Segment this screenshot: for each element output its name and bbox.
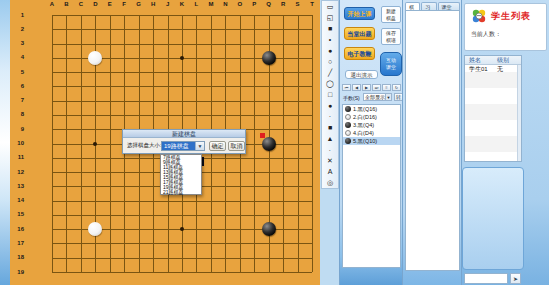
- column-label: G: [134, 1, 144, 7]
- new-board-button[interactable]: 新建 棋盘: [381, 6, 401, 23]
- column-label: E: [105, 1, 115, 7]
- tab-0[interactable]: 棋谱: [405, 2, 420, 10]
- move-list-item[interactable]: 3.黑(Q4): [343, 121, 400, 129]
- row-label: 14: [12, 197, 24, 203]
- move-list[interactable]: 1.黑(Q16)2.白(D16)3.黑(Q4)4.白(D4)5.黑(Q10): [342, 104, 401, 268]
- move-number-row: 手数(S) 全部显示 ▼ 转: [342, 93, 402, 102]
- coordinate-tool-icon[interactable]: ◎: [322, 177, 338, 188]
- move-list-item[interactable]: 5.黑(Q10): [343, 137, 400, 145]
- row-label: 10: [12, 140, 24, 146]
- student-panel-header: 学生列表 当前人数：: [464, 3, 547, 51]
- student-table[interactable]: 姓名 级别 学生01无: [464, 55, 522, 162]
- student-table-header: 姓名 级别: [465, 56, 521, 65]
- last-move-marker: [260, 133, 265, 138]
- small-dot-tool-icon[interactable]: ·: [322, 111, 338, 122]
- markup-tool-strip: ▭◱■•●○╱◯□●·■▲∙✕A◎: [321, 0, 339, 189]
- cancel-button[interactable]: 取消: [228, 141, 245, 151]
- move-nav-row: ⏮◀▶⏭≡↻: [342, 84, 401, 91]
- select-tool-icon[interactable]: ▭: [322, 1, 338, 12]
- row-label: 19: [12, 269, 24, 275]
- new-board-dialog: 新建棋盘 选择棋盘大小: 19路棋盘 ▼ 确定 取消: [122, 129, 246, 154]
- app-window: A1B2C3D4E5F6G7H8J9K10L11M12N13O14P15Q16R…: [0, 0, 549, 285]
- triangle-mark-tool-icon[interactable]: ▲: [322, 133, 338, 144]
- row-label: 7: [12, 97, 24, 103]
- tab-2[interactable]: 课堂练习: [438, 2, 461, 10]
- move-display-combobox[interactable]: 全部显示 ▼: [363, 93, 392, 101]
- grid-line-h: [52, 215, 312, 216]
- move-text: 4.白(D4): [353, 130, 374, 137]
- new-board-button-line1: 新建: [382, 8, 400, 15]
- classroom-button-line2: 课堂: [381, 64, 401, 71]
- board-size-combobox[interactable]: 19路棋盘 ▼: [161, 141, 205, 151]
- nav-button-2[interactable]: ▶: [362, 84, 371, 91]
- tab-row: 棋谱习题课堂练习: [405, 2, 461, 10]
- black-stone-icon: [345, 106, 351, 112]
- white-stone-icon: [345, 130, 351, 136]
- student-panel: 学生列表 当前人数： 姓名 级别 学生01无 ➤: [461, 0, 549, 285]
- column-label: J: [163, 1, 173, 7]
- black-stone[interactable]: [262, 137, 276, 151]
- delete-tool-icon[interactable]: ✕: [322, 155, 338, 166]
- board-size-label: 选择棋盘大小:: [127, 142, 162, 149]
- student-list-title: 学生列表: [491, 10, 531, 23]
- square-mark-tool-icon[interactable]: □: [322, 89, 338, 100]
- row-label: 8: [12, 111, 24, 117]
- board-size-dropdown-list: 7路棋盘9路棋盘11路棋盘13路棋盘15路棋盘17路棋盘19路棋盘21路棋盘: [160, 154, 202, 195]
- chevron-down-icon[interactable]: ▼: [195, 142, 204, 150]
- zoom-tool-icon[interactable]: ◱: [322, 12, 338, 23]
- ok-button[interactable]: 确定: [209, 141, 226, 151]
- dot-tool-icon[interactable]: •: [322, 34, 338, 45]
- filled-square-tool-icon[interactable]: ■: [322, 122, 338, 133]
- save-record-button[interactable]: 保存 棋谱: [381, 28, 401, 45]
- column-label: N: [220, 1, 230, 7]
- exit-demo-button[interactable]: 退出演示: [345, 70, 378, 79]
- black-stone[interactable]: [262, 222, 276, 236]
- black-dot-tool-icon[interactable]: ●: [322, 100, 338, 111]
- black-stone-icon: [345, 138, 351, 144]
- row-label: 2: [12, 26, 24, 32]
- column-label: F: [119, 1, 129, 7]
- row-label: 6: [12, 83, 24, 89]
- nav-button-4[interactable]: ≡: [382, 84, 391, 91]
- black-stone-tool-icon[interactable]: ●: [322, 45, 338, 56]
- row-label: 16: [12, 226, 24, 232]
- quiz-button[interactable]: 当堂出题: [344, 27, 375, 40]
- column-label: K: [177, 1, 187, 7]
- column-label: H: [148, 1, 158, 7]
- black-stone-icon: [345, 122, 351, 128]
- pen-tool-icon[interactable]: ╱: [322, 67, 338, 78]
- row-label: 15: [12, 211, 24, 217]
- student-table-scrollbar[interactable]: [517, 65, 521, 161]
- row-label: 13: [12, 183, 24, 189]
- classroom-button-line1: 互动: [381, 57, 401, 64]
- row-label: 3: [12, 40, 24, 46]
- move-text: 2.白(D16): [353, 114, 377, 121]
- window-left-border: [0, 0, 10, 285]
- row-label: 12: [12, 169, 24, 175]
- move-list-item[interactable]: 2.白(D16): [343, 113, 400, 121]
- column-label: L: [191, 1, 201, 7]
- move-display-value: 全部显示: [365, 94, 385, 100]
- student-name: 学生01: [465, 65, 493, 73]
- board-size-option[interactable]: 21路棋盘: [161, 190, 201, 195]
- pointer-button[interactable]: 电子教鞭: [344, 47, 375, 60]
- grid-line-v: [254, 15, 255, 272]
- student-rows: 学生01无: [465, 65, 521, 73]
- table-row[interactable]: 学生01无: [465, 65, 521, 73]
- black-stone[interactable]: [262, 51, 276, 65]
- grid-line-h: [52, 201, 312, 202]
- column-label: A: [47, 1, 57, 7]
- row-label: 4: [12, 54, 24, 60]
- black-square-tool-icon[interactable]: ■: [322, 23, 338, 34]
- row-label: 9: [12, 126, 24, 132]
- column-label: D: [90, 1, 100, 7]
- chevron-down-icon[interactable]: ▼: [385, 94, 391, 100]
- letter-mark-tool-icon[interactable]: A: [322, 166, 338, 177]
- send-button[interactable]: ➤: [510, 273, 521, 284]
- white-stone[interactable]: [88, 222, 102, 236]
- star-point: [180, 227, 184, 231]
- grid-line-h: [52, 272, 312, 273]
- nav-button-0[interactable]: ⏮: [342, 84, 351, 91]
- save-record-button-line2: 棋谱: [382, 37, 400, 44]
- tab-content-area[interactable]: [405, 10, 460, 271]
- grid-line-h: [52, 243, 312, 244]
- nav-button-1[interactable]: ◀: [352, 84, 361, 91]
- control-panel: 开始上课 当堂出题 电子教鞭 新建 棋盘 保存 棋谱 互动 课堂 退出演示 ⏮◀…: [339, 0, 402, 285]
- star-point: [180, 56, 184, 60]
- column-label: C: [76, 1, 86, 7]
- column-label: B: [61, 1, 71, 7]
- grid-line-v: [298, 15, 299, 272]
- board-size-selected-value: 19路棋盘: [162, 142, 195, 150]
- column-label: R: [278, 1, 288, 7]
- move-number-label: 手数(S): [343, 95, 360, 101]
- classroom-button[interactable]: 互动 课堂: [380, 52, 402, 76]
- new-board-button-line2: 棋盘: [382, 15, 400, 22]
- row-label: 17: [12, 240, 24, 246]
- row-label: 5: [12, 69, 24, 75]
- content-tab-panel: 棋谱习题课堂练习: [402, 0, 461, 285]
- column-label: T: [307, 1, 317, 7]
- row-label: 11: [12, 154, 24, 160]
- move-text: 5.黑(Q10): [353, 138, 377, 145]
- student-subpanel: [462, 167, 524, 270]
- point-tool-icon[interactable]: ∙: [322, 144, 338, 155]
- column-label: O: [235, 1, 245, 7]
- chat-input[interactable]: [464, 273, 508, 284]
- circle-mark-tool-icon[interactable]: ◯: [322, 78, 338, 89]
- column-label: S: [293, 1, 303, 7]
- column-label: P: [249, 1, 259, 7]
- column-label: M: [206, 1, 216, 7]
- grid-line-v: [312, 15, 313, 272]
- row-label: 1: [12, 12, 24, 18]
- move-list-item[interactable]: 4.白(D4): [343, 129, 400, 137]
- star-point: [93, 142, 97, 146]
- row-label: 18: [12, 254, 24, 260]
- white-stone-icon: [345, 114, 351, 120]
- move-list-item[interactable]: 1.黑(Q16): [343, 105, 400, 113]
- grid-line-h: [52, 258, 312, 259]
- nav-button-3[interactable]: ⏭: [372, 84, 381, 91]
- student-count-label: 当前人数：: [465, 24, 546, 39]
- tab-1[interactable]: 习题: [421, 2, 436, 10]
- move-text: 1.黑(Q16): [353, 106, 377, 113]
- grid-line-v: [283, 15, 284, 272]
- start-class-button[interactable]: 开始上课: [344, 7, 375, 20]
- white-stone-tool-icon[interactable]: ○: [322, 56, 338, 67]
- move-text: 3.黑(Q4): [353, 122, 374, 129]
- name-column-header: 姓名: [465, 56, 493, 64]
- level-column-header: 级别: [493, 56, 521, 64]
- dialog-title: 新建棋盘: [123, 130, 245, 138]
- save-record-button-line1: 保存: [382, 30, 400, 37]
- nav-button-5[interactable]: ↻: [392, 84, 401, 91]
- panda-flower-icon: [471, 8, 487, 24]
- column-label: Q: [264, 1, 274, 7]
- white-stone[interactable]: [88, 51, 102, 65]
